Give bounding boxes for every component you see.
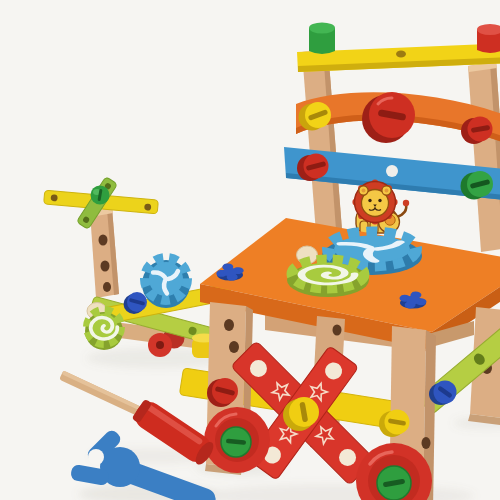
- wheel-left: [204, 407, 270, 473]
- blue-bar-hole: [386, 165, 398, 177]
- toy-photo: [40, 16, 500, 500]
- propeller-green-bolt: [91, 186, 110, 205]
- wrench-jaw-opening: [88, 449, 104, 465]
- green-cap-bolt: [309, 23, 335, 55]
- red-cap-bolt: [477, 24, 500, 53]
- vehicle-blue-gear: [142, 258, 190, 308]
